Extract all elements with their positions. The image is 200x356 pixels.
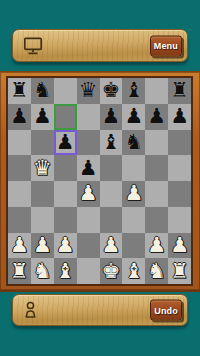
square-h3[interactable] bbox=[168, 207, 191, 233]
square-h6[interactable] bbox=[168, 130, 191, 156]
black-pawn: ♟ bbox=[56, 132, 75, 153]
square-d4[interactable]: ♟ bbox=[77, 181, 100, 207]
square-d2[interactable] bbox=[77, 233, 100, 259]
white-bishop: ♝ bbox=[124, 261, 143, 282]
square-g5[interactable] bbox=[145, 155, 168, 181]
square-a1[interactable]: ♜ bbox=[8, 258, 31, 284]
square-a2[interactable]: ♟ bbox=[8, 233, 31, 259]
square-a6[interactable] bbox=[8, 130, 31, 156]
square-a3[interactable] bbox=[8, 207, 31, 233]
square-c7[interactable] bbox=[54, 104, 77, 130]
square-h2[interactable]: ♟ bbox=[168, 233, 191, 259]
white-pawn: ♟ bbox=[79, 183, 98, 204]
white-king: ♚ bbox=[102, 261, 121, 282]
square-c4[interactable] bbox=[54, 181, 77, 207]
square-g3[interactable] bbox=[145, 207, 168, 233]
square-b8[interactable]: ♞ bbox=[31, 78, 54, 104]
square-f2[interactable] bbox=[122, 233, 145, 259]
black-pawn: ♟ bbox=[10, 106, 29, 127]
monitor-icon bbox=[23, 36, 44, 55]
white-pawn: ♟ bbox=[170, 235, 189, 256]
square-e5[interactable] bbox=[100, 155, 123, 181]
black-pawn: ♟ bbox=[170, 106, 189, 127]
white-knight: ♞ bbox=[147, 261, 166, 282]
square-g6[interactable] bbox=[145, 130, 168, 156]
square-b7[interactable]: ♟ bbox=[31, 104, 54, 130]
square-h5[interactable] bbox=[168, 155, 191, 181]
square-c8[interactable] bbox=[54, 78, 77, 104]
undo-button[interactable]: Undo bbox=[150, 300, 182, 321]
square-g1[interactable]: ♞ bbox=[145, 258, 168, 284]
square-d6[interactable] bbox=[77, 130, 100, 156]
square-e2[interactable]: ♟ bbox=[100, 233, 123, 259]
square-e7[interactable]: ♟ bbox=[100, 104, 123, 130]
black-queen: ♛ bbox=[79, 80, 98, 101]
square-d3[interactable] bbox=[77, 207, 100, 233]
square-c1[interactable]: ♝ bbox=[54, 258, 77, 284]
white-bishop: ♝ bbox=[56, 261, 75, 282]
square-c2[interactable]: ♟ bbox=[54, 233, 77, 259]
square-e3[interactable] bbox=[100, 207, 123, 233]
square-f4[interactable]: ♟ bbox=[122, 181, 145, 207]
square-b4[interactable] bbox=[31, 181, 54, 207]
square-h4[interactable] bbox=[168, 181, 191, 207]
black-pawn: ♟ bbox=[124, 106, 143, 127]
square-g7[interactable]: ♟ bbox=[145, 104, 168, 130]
black-pawn: ♟ bbox=[147, 106, 166, 127]
square-b5[interactable]: ♛ bbox=[31, 155, 54, 181]
top-bar: Menu bbox=[12, 29, 188, 62]
square-f5[interactable] bbox=[122, 155, 145, 181]
square-b6[interactable] bbox=[31, 130, 54, 156]
square-d7[interactable] bbox=[77, 104, 100, 130]
black-knight: ♞ bbox=[33, 80, 52, 101]
board-frame: ♜♞♛♚♝♜♟♟♟♟♟♟♟♝♞♛♟♟♟♟♟♟♟♟♟♜♞♝♚♝♞♜ bbox=[0, 71, 200, 292]
white-pawn: ♟ bbox=[10, 235, 29, 256]
square-e8[interactable]: ♚ bbox=[100, 78, 123, 104]
black-pawn: ♟ bbox=[33, 106, 52, 127]
square-f6[interactable]: ♞ bbox=[122, 130, 145, 156]
square-h8[interactable]: ♜ bbox=[168, 78, 191, 104]
white-pawn: ♟ bbox=[102, 235, 121, 256]
black-rook: ♜ bbox=[10, 80, 29, 101]
square-a4[interactable] bbox=[8, 181, 31, 207]
square-c5[interactable] bbox=[54, 155, 77, 181]
square-a7[interactable]: ♟ bbox=[8, 104, 31, 130]
black-bishop: ♝ bbox=[102, 132, 121, 153]
black-knight: ♞ bbox=[124, 132, 143, 153]
bottom-bar: Undo bbox=[12, 294, 188, 326]
square-d5[interactable]: ♟ bbox=[77, 155, 100, 181]
black-rook: ♜ bbox=[170, 80, 189, 101]
white-pawn: ♟ bbox=[56, 235, 75, 256]
square-d1[interactable] bbox=[77, 258, 100, 284]
square-b1[interactable]: ♞ bbox=[31, 258, 54, 284]
square-d8[interactable]: ♛ bbox=[77, 78, 100, 104]
square-e6[interactable]: ♝ bbox=[100, 130, 123, 156]
white-pawn: ♟ bbox=[124, 183, 143, 204]
square-f8[interactable]: ♝ bbox=[122, 78, 145, 104]
white-queen: ♛ bbox=[33, 158, 52, 179]
square-a8[interactable]: ♜ bbox=[8, 78, 31, 104]
square-e1[interactable]: ♚ bbox=[100, 258, 123, 284]
square-b3[interactable] bbox=[31, 207, 54, 233]
black-pawn: ♟ bbox=[102, 106, 121, 127]
white-pawn: ♟ bbox=[33, 235, 52, 256]
square-f1[interactable]: ♝ bbox=[122, 258, 145, 284]
square-g8[interactable] bbox=[145, 78, 168, 104]
chess-board: ♜♞♛♚♝♜♟♟♟♟♟♟♟♝♞♛♟♟♟♟♟♟♟♟♟♜♞♝♚♝♞♜ bbox=[8, 78, 191, 284]
white-rook: ♜ bbox=[10, 261, 29, 282]
square-c6[interactable]: ♟ bbox=[54, 130, 77, 156]
square-g4[interactable] bbox=[145, 181, 168, 207]
white-rook: ♜ bbox=[170, 261, 189, 282]
square-h7[interactable]: ♟ bbox=[168, 104, 191, 130]
black-pawn: ♟ bbox=[79, 158, 98, 179]
square-f3[interactable] bbox=[122, 207, 145, 233]
menu-button[interactable]: Menu bbox=[150, 35, 182, 56]
square-c3[interactable] bbox=[54, 207, 77, 233]
black-bishop: ♝ bbox=[124, 80, 143, 101]
white-knight: ♞ bbox=[33, 261, 52, 282]
white-pawn: ♟ bbox=[147, 235, 166, 256]
player-icon bbox=[23, 301, 38, 320]
square-e4[interactable] bbox=[100, 181, 123, 207]
square-f7[interactable]: ♟ bbox=[122, 104, 145, 130]
black-king: ♚ bbox=[102, 80, 121, 101]
square-g2[interactable]: ♟ bbox=[145, 233, 168, 259]
square-a5[interactable] bbox=[8, 155, 31, 181]
square-h1[interactable]: ♜ bbox=[168, 258, 191, 284]
square-b2[interactable]: ♟ bbox=[31, 233, 54, 259]
